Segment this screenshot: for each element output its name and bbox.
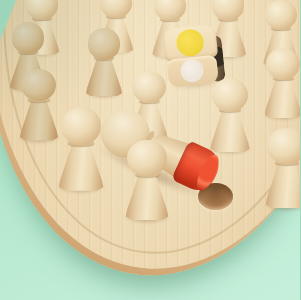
peg-head xyxy=(61,107,102,145)
peg-head xyxy=(212,78,248,112)
peg-head xyxy=(21,69,56,102)
yellow-dot xyxy=(175,28,205,58)
peg-body xyxy=(59,143,103,191)
peg-head xyxy=(266,48,300,80)
peg-body xyxy=(126,174,169,220)
peg-head xyxy=(265,0,297,30)
wooden-peg[interactable] xyxy=(85,28,124,98)
peg-head xyxy=(212,0,245,21)
wooden-peg[interactable] xyxy=(57,107,105,193)
white-dot xyxy=(179,58,204,83)
peg-head xyxy=(100,0,131,18)
pieces-layer xyxy=(0,0,300,300)
peg-head xyxy=(267,128,300,165)
peg-body xyxy=(265,78,301,118)
wooden-peg[interactable] xyxy=(18,69,59,143)
peg-head xyxy=(127,140,166,177)
peg-body xyxy=(210,110,249,152)
peg-body xyxy=(20,99,58,140)
peg-head xyxy=(88,28,121,59)
wooden-peg[interactable] xyxy=(263,48,300,120)
wooden-peg[interactable] xyxy=(124,140,170,223)
wooden-peg[interactable] xyxy=(209,78,251,154)
wooden-peg[interactable] xyxy=(264,128,300,211)
peg-body xyxy=(86,58,122,97)
peg-head xyxy=(132,71,166,103)
peg-head xyxy=(154,0,186,21)
peg-body xyxy=(266,162,300,208)
photo-scene xyxy=(0,0,300,300)
peg-head xyxy=(12,22,45,53)
peg-head xyxy=(26,0,57,20)
